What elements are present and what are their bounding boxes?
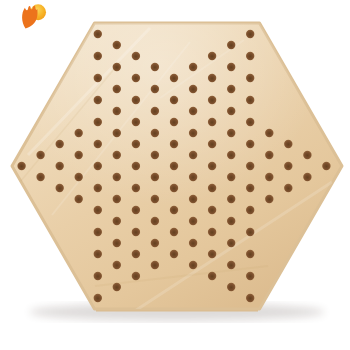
hole — [94, 74, 102, 82]
hole — [208, 272, 216, 280]
hole — [132, 206, 140, 214]
hole — [246, 162, 254, 170]
hole — [284, 162, 292, 170]
hole — [227, 173, 235, 181]
hole — [113, 217, 121, 225]
hole — [94, 294, 102, 302]
hole — [132, 118, 140, 126]
hole — [75, 173, 83, 181]
hole — [132, 228, 140, 236]
hole — [246, 96, 254, 104]
hole — [170, 228, 178, 236]
hole — [113, 107, 121, 115]
hole — [170, 96, 178, 104]
hole — [246, 140, 254, 148]
hole — [113, 261, 121, 269]
hole — [113, 85, 121, 93]
hand-shape — [22, 6, 37, 29]
hole — [132, 250, 140, 258]
hole — [151, 85, 159, 93]
hole — [208, 96, 216, 104]
hole — [208, 184, 216, 192]
hole — [56, 162, 64, 170]
hole — [189, 239, 197, 247]
hole — [151, 195, 159, 203]
hole — [94, 250, 102, 258]
hole — [227, 239, 235, 247]
hole — [94, 272, 102, 280]
hole — [17, 162, 25, 170]
hole — [246, 228, 254, 236]
hole — [132, 96, 140, 104]
hole — [208, 162, 216, 170]
hole — [189, 129, 197, 137]
hole — [322, 162, 330, 170]
hole — [170, 206, 178, 214]
hole — [227, 63, 235, 71]
hole — [189, 261, 197, 269]
hole — [189, 85, 197, 93]
hole — [151, 151, 159, 159]
hole — [303, 173, 311, 181]
hole — [208, 52, 216, 60]
hole — [246, 272, 254, 280]
hole — [227, 151, 235, 159]
hole — [227, 217, 235, 225]
hole — [94, 30, 102, 38]
hole — [75, 129, 83, 137]
hole — [265, 195, 273, 203]
hole — [246, 30, 254, 38]
hole — [56, 140, 64, 148]
hole — [151, 107, 159, 115]
hole — [208, 140, 216, 148]
hole — [94, 184, 102, 192]
hole — [151, 129, 159, 137]
hole — [113, 129, 121, 137]
hole — [132, 162, 140, 170]
hole — [189, 151, 197, 159]
hole — [189, 217, 197, 225]
hole — [113, 151, 121, 159]
hole — [56, 184, 64, 192]
chinese-checkers-board — [0, 0, 350, 350]
hole — [113, 283, 121, 291]
hole — [132, 272, 140, 280]
brand-logo — [2, 2, 64, 30]
hole — [94, 228, 102, 236]
hole — [151, 173, 159, 181]
hole — [170, 118, 178, 126]
hole — [189, 173, 197, 181]
hole — [94, 140, 102, 148]
hole — [208, 118, 216, 126]
hole — [113, 195, 121, 203]
hole — [36, 151, 44, 159]
hole — [113, 41, 121, 49]
hole — [170, 140, 178, 148]
hole — [113, 173, 121, 181]
hole — [94, 118, 102, 126]
hole — [227, 41, 235, 49]
hole — [151, 261, 159, 269]
hole — [284, 140, 292, 148]
hole — [151, 217, 159, 225]
hole — [75, 151, 83, 159]
hole — [94, 206, 102, 214]
hole — [94, 162, 102, 170]
hole — [246, 74, 254, 82]
hole — [208, 250, 216, 258]
product-photo — [0, 0, 350, 350]
hole — [170, 184, 178, 192]
hole — [151, 239, 159, 247]
hole — [189, 63, 197, 71]
hole — [265, 173, 273, 181]
hole — [227, 129, 235, 137]
hole — [303, 151, 311, 159]
hole — [113, 63, 121, 71]
hole — [151, 63, 159, 71]
hole — [113, 239, 121, 247]
hole — [227, 195, 235, 203]
hole — [284, 184, 292, 192]
hand-sun-icon — [14, 2, 52, 29]
hole — [170, 74, 178, 82]
hole — [227, 85, 235, 93]
hole — [208, 74, 216, 82]
hole — [189, 195, 197, 203]
hole — [246, 52, 254, 60]
hole — [94, 52, 102, 60]
hole — [246, 206, 254, 214]
hole — [132, 140, 140, 148]
hole — [208, 228, 216, 236]
hole — [132, 52, 140, 60]
hole — [132, 184, 140, 192]
hole — [189, 107, 197, 115]
hole — [246, 294, 254, 302]
hole — [94, 96, 102, 104]
hole — [36, 173, 44, 181]
hole — [227, 107, 235, 115]
hole — [75, 195, 83, 203]
hole — [170, 250, 178, 258]
hole — [132, 74, 140, 82]
hole — [265, 151, 273, 159]
hole — [208, 206, 216, 214]
hole — [246, 118, 254, 126]
hole — [227, 261, 235, 269]
hole — [246, 250, 254, 258]
hole — [170, 162, 178, 170]
hole — [246, 184, 254, 192]
hole — [265, 129, 273, 137]
hole — [227, 283, 235, 291]
